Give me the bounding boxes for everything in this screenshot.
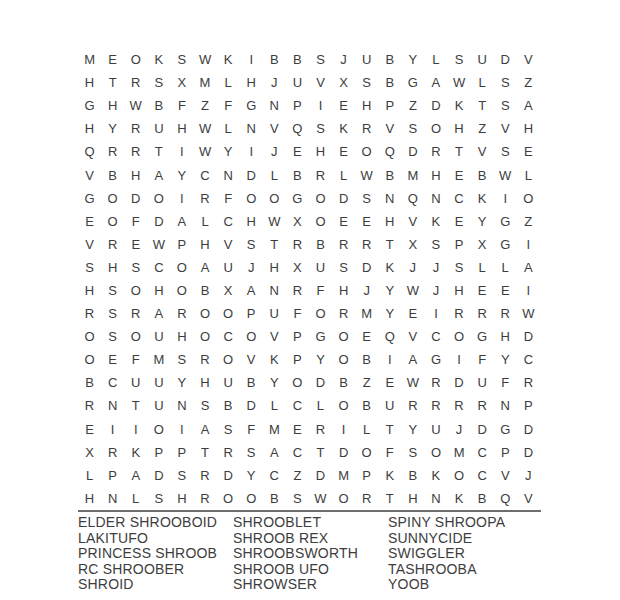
- grid-cell[interactable]: I: [170, 140, 193, 163]
- grid-cell[interactable]: D: [124, 187, 147, 210]
- grid-cell[interactable]: Q: [494, 487, 517, 510]
- grid-cell[interactable]: D: [355, 256, 378, 279]
- grid-cell[interactable]: V: [263, 117, 286, 140]
- grid-cell[interactable]: Y: [401, 418, 424, 441]
- grid-cell[interactable]: X: [471, 233, 494, 256]
- grid-cell[interactable]: T: [378, 487, 401, 510]
- grid-cell[interactable]: S: [217, 418, 240, 441]
- grid-cell[interactable]: T: [147, 140, 170, 163]
- grid-cell[interactable]: T: [124, 394, 147, 417]
- grid-cell[interactable]: S: [494, 94, 517, 117]
- grid-cell[interactable]: I: [170, 187, 193, 210]
- grid-cell[interactable]: F: [286, 302, 309, 325]
- grid-cell[interactable]: I: [124, 418, 147, 441]
- grid-cell[interactable]: B: [263, 487, 286, 510]
- grid-cell[interactable]: E: [332, 140, 355, 163]
- grid-cell[interactable]: Z: [286, 464, 309, 487]
- grid-cell[interactable]: Q: [401, 187, 424, 210]
- grid-cell[interactable]: V: [240, 348, 263, 371]
- grid-cell[interactable]: O: [240, 187, 263, 210]
- grid-cell[interactable]: H: [309, 140, 332, 163]
- grid-cell[interactable]: L: [193, 210, 216, 233]
- grid-cell[interactable]: R: [193, 487, 216, 510]
- grid-cell[interactable]: U: [424, 418, 447, 441]
- grid-cell[interactable]: A: [424, 71, 447, 94]
- grid-cell[interactable]: R: [309, 163, 332, 186]
- grid-cell[interactable]: J: [448, 418, 471, 441]
- grid-cell[interactable]: Y: [170, 371, 193, 394]
- grid-cell[interactable]: Y: [170, 163, 193, 186]
- grid-cell[interactable]: A: [193, 256, 216, 279]
- grid-cell[interactable]: B: [286, 163, 309, 186]
- grid-cell[interactable]: L: [78, 464, 101, 487]
- grid-cell[interactable]: W: [193, 140, 216, 163]
- grid-cell[interactable]: P: [286, 325, 309, 348]
- grid-cell[interactable]: O: [448, 464, 471, 487]
- grid-cell[interactable]: R: [170, 302, 193, 325]
- grid-cell[interactable]: R: [101, 140, 124, 163]
- grid-cell[interactable]: X: [332, 71, 355, 94]
- grid-cell[interactable]: E: [494, 279, 517, 302]
- grid-cell[interactable]: M: [147, 348, 170, 371]
- grid-cell[interactable]: R: [355, 117, 378, 140]
- grid-cell[interactable]: U: [471, 48, 494, 71]
- grid-cell[interactable]: B: [217, 394, 240, 417]
- grid-cell[interactable]: F: [378, 441, 401, 464]
- grid-cell[interactable]: O: [170, 279, 193, 302]
- grid-cell[interactable]: N: [378, 187, 401, 210]
- grid-cell[interactable]: V: [401, 210, 424, 233]
- grid-cell[interactable]: D: [517, 418, 540, 441]
- grid-cell[interactable]: C: [101, 371, 124, 394]
- grid-cell[interactable]: N: [424, 487, 447, 510]
- grid-cell[interactable]: I: [240, 140, 263, 163]
- grid-cell[interactable]: O: [217, 302, 240, 325]
- grid-cell[interactable]: V: [401, 325, 424, 348]
- grid-cell[interactable]: C: [471, 441, 494, 464]
- grid-cell[interactable]: O: [448, 325, 471, 348]
- grid-cell[interactable]: W: [448, 71, 471, 94]
- grid-cell[interactable]: V: [263, 325, 286, 348]
- grid-cell[interactable]: T: [471, 94, 494, 117]
- grid-cell[interactable]: E: [101, 48, 124, 71]
- grid-cell[interactable]: M: [263, 418, 286, 441]
- grid-cell[interactable]: Z: [517, 210, 540, 233]
- grid-cell[interactable]: T: [309, 441, 332, 464]
- grid-cell[interactable]: L: [471, 256, 494, 279]
- grid-cell[interactable]: O: [78, 325, 101, 348]
- grid-cell[interactable]: O: [332, 394, 355, 417]
- grid-cell[interactable]: S: [494, 140, 517, 163]
- grid-cell[interactable]: H: [494, 325, 517, 348]
- grid-cell[interactable]: D: [332, 441, 355, 464]
- grid-cell[interactable]: I: [170, 418, 193, 441]
- grid-cell[interactable]: Y: [263, 371, 286, 394]
- grid-cell[interactable]: A: [193, 418, 216, 441]
- grid-cell[interactable]: S: [494, 71, 517, 94]
- grid-cell[interactable]: Y: [101, 117, 124, 140]
- grid-cell[interactable]: O: [217, 348, 240, 371]
- grid-cell[interactable]: V: [309, 71, 332, 94]
- grid-cell[interactable]: E: [286, 418, 309, 441]
- grid-cell[interactable]: N: [263, 279, 286, 302]
- grid-cell[interactable]: D: [240, 163, 263, 186]
- grid-cell[interactable]: B: [240, 371, 263, 394]
- grid-cell[interactable]: O: [193, 325, 216, 348]
- grid-cell[interactable]: D: [494, 48, 517, 71]
- grid-cell[interactable]: B: [263, 48, 286, 71]
- grid-cell[interactable]: C: [147, 256, 170, 279]
- grid-cell[interactable]: H: [124, 163, 147, 186]
- grid-cell[interactable]: M: [401, 163, 424, 186]
- grid-cell[interactable]: R: [355, 233, 378, 256]
- grid-cell[interactable]: E: [78, 210, 101, 233]
- grid-cell[interactable]: E: [78, 418, 101, 441]
- grid-cell[interactable]: I: [448, 348, 471, 371]
- grid-cell[interactable]: L: [517, 163, 540, 186]
- grid-cell[interactable]: P: [240, 302, 263, 325]
- grid-cell[interactable]: A: [240, 279, 263, 302]
- grid-cell[interactable]: F: [217, 187, 240, 210]
- grid-cell[interactable]: Q: [78, 140, 101, 163]
- grid-cell[interactable]: J: [517, 464, 540, 487]
- grid-cell[interactable]: U: [263, 302, 286, 325]
- grid-cell[interactable]: Z: [401, 94, 424, 117]
- grid-cell[interactable]: L: [217, 71, 240, 94]
- grid-cell[interactable]: K: [147, 48, 170, 71]
- grid-cell[interactable]: S: [332, 256, 355, 279]
- grid-cell[interactable]: F: [494, 371, 517, 394]
- grid-cell[interactable]: R: [101, 441, 124, 464]
- grid-cell[interactable]: T: [263, 233, 286, 256]
- grid-cell[interactable]: Q: [286, 117, 309, 140]
- grid-cell[interactable]: R: [424, 140, 447, 163]
- grid-cell[interactable]: G: [401, 71, 424, 94]
- grid-cell[interactable]: F: [124, 210, 147, 233]
- grid-cell[interactable]: O: [147, 418, 170, 441]
- grid-cell[interactable]: O: [240, 487, 263, 510]
- grid-cell[interactable]: N: [170, 394, 193, 417]
- grid-cell[interactable]: O: [124, 48, 147, 71]
- grid-cell[interactable]: J: [263, 140, 286, 163]
- grid-cell[interactable]: A: [517, 94, 540, 117]
- grid-cell[interactable]: H: [401, 487, 424, 510]
- grid-cell[interactable]: O: [101, 210, 124, 233]
- grid-cell[interactable]: H: [448, 117, 471, 140]
- grid-cell[interactable]: S: [448, 48, 471, 71]
- grid-cell[interactable]: H: [170, 117, 193, 140]
- grid-cell[interactable]: T: [101, 71, 124, 94]
- grid-cell[interactable]: B: [355, 394, 378, 417]
- grid-cell[interactable]: B: [101, 163, 124, 186]
- grid-cell[interactable]: V: [78, 163, 101, 186]
- grid-cell[interactable]: D: [147, 210, 170, 233]
- grid-cell[interactable]: U: [124, 371, 147, 394]
- grid-cell[interactable]: R: [78, 302, 101, 325]
- grid-cell[interactable]: C: [471, 464, 494, 487]
- grid-cell[interactable]: A: [170, 210, 193, 233]
- grid-cell[interactable]: F: [240, 418, 263, 441]
- grid-cell[interactable]: C: [286, 441, 309, 464]
- grid-cell[interactable]: E: [124, 233, 147, 256]
- grid-cell[interactable]: K: [332, 117, 355, 140]
- grid-cell[interactable]: E: [517, 140, 540, 163]
- grid-cell[interactable]: Z: [355, 371, 378, 394]
- grid-cell[interactable]: H: [193, 371, 216, 394]
- grid-cell[interactable]: U: [217, 256, 240, 279]
- grid-cell[interactable]: C: [263, 464, 286, 487]
- grid-cell[interactable]: G: [309, 325, 332, 348]
- grid-cell[interactable]: O: [147, 187, 170, 210]
- grid-cell[interactable]: J: [424, 279, 447, 302]
- grid-cell[interactable]: S: [401, 117, 424, 140]
- grid-cell[interactable]: R: [124, 71, 147, 94]
- grid-cell[interactable]: O: [332, 487, 355, 510]
- grid-cell[interactable]: L: [471, 71, 494, 94]
- grid-cell[interactable]: G: [471, 325, 494, 348]
- grid-cell[interactable]: F: [124, 348, 147, 371]
- grid-cell[interactable]: Y: [378, 302, 401, 325]
- grid-cell[interactable]: R: [124, 140, 147, 163]
- grid-cell[interactable]: P: [170, 441, 193, 464]
- grid-cell[interactable]: H: [448, 279, 471, 302]
- grid-cell[interactable]: Y: [217, 140, 240, 163]
- grid-cell[interactable]: A: [147, 302, 170, 325]
- grid-cell[interactable]: G: [424, 348, 447, 371]
- grid-cell[interactable]: H: [517, 117, 540, 140]
- grid-cell[interactable]: B: [378, 163, 401, 186]
- grid-cell[interactable]: Y: [494, 348, 517, 371]
- grid-cell[interactable]: Q: [378, 140, 401, 163]
- grid-cell[interactable]: B: [471, 163, 494, 186]
- grid-cell[interactable]: S: [170, 464, 193, 487]
- grid-cell[interactable]: N: [101, 394, 124, 417]
- grid-cell[interactable]: R: [448, 302, 471, 325]
- grid-cell[interactable]: V: [517, 48, 540, 71]
- grid-cell[interactable]: I: [517, 279, 540, 302]
- grid-cell[interactable]: I: [332, 418, 355, 441]
- grid-cell[interactable]: R: [193, 187, 216, 210]
- grid-cell[interactable]: D: [217, 464, 240, 487]
- grid-cell[interactable]: C: [193, 163, 216, 186]
- grid-cell[interactable]: P: [494, 441, 517, 464]
- grid-cell[interactable]: B: [378, 48, 401, 71]
- grid-cell[interactable]: H: [78, 487, 101, 510]
- grid-cell[interactable]: W: [124, 94, 147, 117]
- grid-cell[interactable]: O: [517, 187, 540, 210]
- grid-cell[interactable]: N: [240, 117, 263, 140]
- grid-cell[interactable]: S: [78, 256, 101, 279]
- grid-cell[interactable]: Q: [378, 325, 401, 348]
- grid-cell[interactable]: S: [170, 48, 193, 71]
- grid-cell[interactable]: F: [471, 348, 494, 371]
- grid-cell[interactable]: S: [240, 441, 263, 464]
- grid-cell[interactable]: X: [170, 71, 193, 94]
- grid-cell[interactable]: R: [286, 279, 309, 302]
- grid-cell[interactable]: E: [332, 94, 355, 117]
- grid-cell[interactable]: L: [424, 48, 447, 71]
- grid-cell[interactable]: O: [263, 187, 286, 210]
- grid-cell[interactable]: N: [263, 94, 286, 117]
- grid-cell[interactable]: S: [124, 256, 147, 279]
- grid-cell[interactable]: H: [101, 256, 124, 279]
- grid-cell[interactable]: B: [378, 71, 401, 94]
- grid-cell[interactable]: R: [471, 394, 494, 417]
- grid-cell[interactable]: E: [355, 210, 378, 233]
- grid-cell[interactable]: Z: [193, 94, 216, 117]
- grid-cell[interactable]: Y: [240, 464, 263, 487]
- grid-cell[interactable]: R: [78, 394, 101, 417]
- grid-cell[interactable]: H: [263, 256, 286, 279]
- grid-cell[interactable]: D: [471, 418, 494, 441]
- grid-cell[interactable]: H: [147, 279, 170, 302]
- grid-cell[interactable]: S: [101, 325, 124, 348]
- grid-cell[interactable]: S: [355, 71, 378, 94]
- grid-cell[interactable]: M: [355, 302, 378, 325]
- grid-cell[interactable]: U: [147, 394, 170, 417]
- grid-cell[interactable]: V: [494, 117, 517, 140]
- grid-cell[interactable]: P: [170, 233, 193, 256]
- grid-cell[interactable]: D: [147, 464, 170, 487]
- grid-cell[interactable]: R: [193, 348, 216, 371]
- grid-cell[interactable]: L: [263, 163, 286, 186]
- grid-cell[interactable]: K: [124, 441, 147, 464]
- grid-cell[interactable]: W: [309, 487, 332, 510]
- grid-cell[interactable]: S: [309, 48, 332, 71]
- grid-cell[interactable]: E: [101, 348, 124, 371]
- grid-cell[interactable]: I: [240, 48, 263, 71]
- grid-cell[interactable]: B: [78, 371, 101, 394]
- grid-cell[interactable]: X: [401, 233, 424, 256]
- grid-cell[interactable]: W: [355, 163, 378, 186]
- grid-cell[interactable]: J: [263, 71, 286, 94]
- grid-cell[interactable]: F: [170, 94, 193, 117]
- grid-cell[interactable]: H: [193, 233, 216, 256]
- grid-cell[interactable]: W: [193, 117, 216, 140]
- grid-cell[interactable]: U: [147, 325, 170, 348]
- grid-cell[interactable]: B: [309, 233, 332, 256]
- grid-cell[interactable]: T: [378, 418, 401, 441]
- grid-cell[interactable]: J: [332, 48, 355, 71]
- grid-cell[interactable]: O: [193, 302, 216, 325]
- grid-cell[interactable]: L: [309, 394, 332, 417]
- grid-cell[interactable]: C: [517, 348, 540, 371]
- grid-cell[interactable]: V: [378, 117, 401, 140]
- grid-cell[interactable]: L: [124, 487, 147, 510]
- grid-cell[interactable]: S: [309, 117, 332, 140]
- grid-cell[interactable]: W: [494, 163, 517, 186]
- grid-cell[interactable]: I: [101, 418, 124, 441]
- grid-cell[interactable]: E: [355, 325, 378, 348]
- grid-cell[interactable]: O: [170, 256, 193, 279]
- grid-cell[interactable]: U: [355, 48, 378, 71]
- grid-cell[interactable]: K: [448, 94, 471, 117]
- grid-cell[interactable]: B: [355, 348, 378, 371]
- grid-cell[interactable]: V: [217, 233, 240, 256]
- grid-cell[interactable]: P: [286, 94, 309, 117]
- grid-cell[interactable]: K: [378, 256, 401, 279]
- grid-cell[interactable]: W: [193, 48, 216, 71]
- grid-cell[interactable]: G: [494, 210, 517, 233]
- grid-cell[interactable]: R: [471, 302, 494, 325]
- grid-cell[interactable]: P: [355, 464, 378, 487]
- grid-cell[interactable]: G: [286, 187, 309, 210]
- grid-cell[interactable]: D: [401, 140, 424, 163]
- grid-cell[interactable]: K: [424, 464, 447, 487]
- grid-cell[interactable]: X: [286, 210, 309, 233]
- grid-cell[interactable]: O: [101, 187, 124, 210]
- grid-cell[interactable]: O: [286, 371, 309, 394]
- grid-cell[interactable]: R: [101, 233, 124, 256]
- grid-cell[interactable]: N: [217, 163, 240, 186]
- grid-cell[interactable]: R: [517, 371, 540, 394]
- grid-cell[interactable]: R: [424, 394, 447, 417]
- grid-cell[interactable]: N: [424, 187, 447, 210]
- grid-cell[interactable]: S: [101, 302, 124, 325]
- grid-cell[interactable]: F: [217, 94, 240, 117]
- grid-cell[interactable]: O: [424, 117, 447, 140]
- grid-cell[interactable]: O: [355, 140, 378, 163]
- grid-cell[interactable]: D: [240, 394, 263, 417]
- grid-cell[interactable]: M: [193, 71, 216, 94]
- grid-cell[interactable]: R: [309, 418, 332, 441]
- grid-cell[interactable]: Z: [471, 117, 494, 140]
- grid-cell[interactable]: O: [240, 325, 263, 348]
- grid-cell[interactable]: P: [378, 94, 401, 117]
- grid-cell[interactable]: D: [309, 464, 332, 487]
- grid-cell[interactable]: K: [471, 187, 494, 210]
- grid-cell[interactable]: I: [378, 348, 401, 371]
- grid-cell[interactable]: L: [494, 256, 517, 279]
- grid-cell[interactable]: X: [78, 441, 101, 464]
- grid-cell[interactable]: G: [78, 187, 101, 210]
- grid-cell[interactable]: B: [147, 94, 170, 117]
- grid-cell[interactable]: B: [193, 279, 216, 302]
- grid-cell[interactable]: E: [378, 371, 401, 394]
- grid-cell[interactable]: A: [124, 464, 147, 487]
- grid-cell[interactable]: K: [263, 348, 286, 371]
- grid-cell[interactable]: R: [286, 233, 309, 256]
- grid-cell[interactable]: P: [448, 233, 471, 256]
- grid-cell[interactable]: R: [494, 302, 517, 325]
- grid-cell[interactable]: L: [263, 394, 286, 417]
- grid-cell[interactable]: O: [309, 187, 332, 210]
- grid-cell[interactable]: O: [124, 279, 147, 302]
- grid-cell[interactable]: S: [355, 187, 378, 210]
- grid-cell[interactable]: S: [286, 487, 309, 510]
- grid-cell[interactable]: A: [517, 256, 540, 279]
- grid-cell[interactable]: C: [448, 187, 471, 210]
- grid-cell[interactable]: S: [401, 441, 424, 464]
- grid-cell[interactable]: U: [217, 371, 240, 394]
- grid-cell[interactable]: W: [517, 302, 540, 325]
- grid-cell[interactable]: A: [401, 348, 424, 371]
- grid-cell[interactable]: H: [332, 279, 355, 302]
- grid-cell[interactable]: G: [240, 94, 263, 117]
- grid-cell[interactable]: H: [355, 94, 378, 117]
- grid-cell[interactable]: D: [517, 441, 540, 464]
- grid-cell[interactable]: M: [448, 441, 471, 464]
- grid-cell[interactable]: J: [401, 256, 424, 279]
- grid-cell[interactable]: R: [448, 394, 471, 417]
- grid-cell[interactable]: S: [448, 256, 471, 279]
- grid-cell[interactable]: A: [263, 441, 286, 464]
- grid-cell[interactable]: H: [240, 210, 263, 233]
- grid-cell[interactable]: B: [401, 464, 424, 487]
- grid-cell[interactable]: L: [332, 163, 355, 186]
- grid-cell[interactable]: R: [193, 464, 216, 487]
- grid-cell[interactable]: V: [494, 464, 517, 487]
